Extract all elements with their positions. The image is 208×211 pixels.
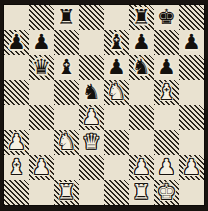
square-h3[interactable]: [179, 130, 204, 155]
black-bishop-icon: ♝: [107, 30, 126, 55]
square-g1[interactable]: ♚: [154, 180, 179, 205]
square-h4[interactable]: [179, 105, 204, 130]
square-e6[interactable]: ♟: [104, 55, 129, 80]
white-rook-icon: ♜: [57, 180, 76, 205]
white-king-icon: ♚: [157, 180, 176, 205]
square-f1[interactable]: ♜: [129, 180, 154, 205]
black-pawn-icon: ♟: [7, 30, 26, 55]
square-a2[interactable]: ♝: [4, 155, 29, 180]
square-h6[interactable]: [179, 55, 204, 80]
square-d5[interactable]: ♞: [79, 80, 104, 105]
square-h8[interactable]: [179, 5, 204, 30]
square-c5[interactable]: [54, 80, 79, 105]
square-f7[interactable]: ♟: [129, 30, 154, 55]
white-pawn-icon: ♟: [7, 130, 26, 155]
white-knight-icon: ♞: [107, 80, 126, 105]
white-knight-icon: ♞: [57, 130, 76, 155]
square-c7[interactable]: [54, 30, 79, 55]
white-pawn-icon: ♟: [82, 105, 101, 130]
black-knight-icon: ♞: [132, 55, 151, 80]
square-c1[interactable]: ♜: [54, 180, 79, 205]
square-a6[interactable]: [4, 55, 29, 80]
square-h5[interactable]: [179, 80, 204, 105]
square-g5[interactable]: ♝: [154, 80, 179, 105]
square-a1[interactable]: [4, 180, 29, 205]
square-d4[interactable]: ♟: [79, 105, 104, 130]
square-g6[interactable]: ♟: [154, 55, 179, 80]
square-g2[interactable]: ♟: [154, 155, 179, 180]
square-b1[interactable]: [29, 180, 54, 205]
black-rook-icon: ♜: [57, 5, 76, 30]
white-pawn-icon: ♟: [132, 155, 151, 180]
square-d1[interactable]: [79, 180, 104, 205]
black-bishop-icon: ♝: [57, 55, 76, 80]
square-h1[interactable]: [179, 180, 204, 205]
square-f2[interactable]: ♟: [129, 155, 154, 180]
square-h7[interactable]: ♟: [179, 30, 204, 55]
square-a8[interactable]: [4, 5, 29, 30]
black-queen-icon: ♛: [32, 55, 51, 80]
square-e4[interactable]: [104, 105, 129, 130]
square-d3[interactable]: ♛: [79, 130, 104, 155]
square-b5[interactable]: [29, 80, 54, 105]
square-e5[interactable]: ♞: [104, 80, 129, 105]
black-pawn-icon: ♟: [157, 55, 176, 80]
square-c3[interactable]: ♞: [54, 130, 79, 155]
square-f6[interactable]: ♞: [129, 55, 154, 80]
square-f8[interactable]: ♜: [129, 5, 154, 30]
square-f3[interactable]: [129, 130, 154, 155]
square-g3[interactable]: [154, 130, 179, 155]
black-pawn-icon: ♟: [32, 30, 51, 55]
square-a3[interactable]: ♟: [4, 130, 29, 155]
square-d8[interactable]: [79, 5, 104, 30]
square-e8[interactable]: [104, 5, 129, 30]
square-c2[interactable]: [54, 155, 79, 180]
square-a4[interactable]: [4, 105, 29, 130]
white-pawn-icon: ♟: [182, 155, 201, 180]
black-rook-icon: ♜: [132, 5, 151, 30]
square-a7[interactable]: ♟: [4, 30, 29, 55]
square-g8[interactable]: ♚: [154, 5, 179, 30]
square-a5[interactable]: [4, 80, 29, 105]
square-b3[interactable]: [29, 130, 54, 155]
square-d6[interactable]: [79, 55, 104, 80]
black-pawn-icon: ♟: [107, 55, 126, 80]
black-pawn-icon: ♟: [132, 30, 151, 55]
square-e2[interactable]: [104, 155, 129, 180]
white-bishop-icon: ♝: [7, 155, 26, 180]
chess-board[interactable]: ♜♜♚♟♟♝♟♟♛♝♟♞♟♞♞♝♟♟♞♛♝♟♟♟♟♜♜♚: [4, 5, 204, 205]
square-e7[interactable]: ♝: [104, 30, 129, 55]
black-knight-icon: ♞: [82, 80, 101, 105]
square-b6[interactable]: ♛: [29, 55, 54, 80]
square-b2[interactable]: ♟: [29, 155, 54, 180]
square-c4[interactable]: [54, 105, 79, 130]
square-b4[interactable]: [29, 105, 54, 130]
white-pawn-icon: ♟: [32, 155, 51, 180]
square-g7[interactable]: [154, 30, 179, 55]
chess-diagram-frame: ♜♜♚♟♟♝♟♟♛♝♟♞♟♞♞♝♟♟♞♛♝♟♟♟♟♜♜♚: [0, 0, 208, 211]
square-f4[interactable]: [129, 105, 154, 130]
square-h2[interactable]: ♟: [179, 155, 204, 180]
black-king-icon: ♚: [157, 5, 176, 30]
square-c6[interactable]: ♝: [54, 55, 79, 80]
square-e3[interactable]: [104, 130, 129, 155]
square-d7[interactable]: [79, 30, 104, 55]
square-b8[interactable]: [29, 5, 54, 30]
square-f5[interactable]: [129, 80, 154, 105]
white-queen-icon: ♛: [82, 130, 101, 155]
square-g4[interactable]: [154, 105, 179, 130]
square-e1[interactable]: [104, 180, 129, 205]
white-bishop-icon: ♝: [157, 80, 176, 105]
square-d2[interactable]: [79, 155, 104, 180]
square-b7[interactable]: ♟: [29, 30, 54, 55]
black-pawn-icon: ♟: [182, 30, 201, 55]
square-c8[interactable]: ♜: [54, 5, 79, 30]
white-pawn-icon: ♟: [157, 155, 176, 180]
white-rook-icon: ♜: [132, 180, 151, 205]
